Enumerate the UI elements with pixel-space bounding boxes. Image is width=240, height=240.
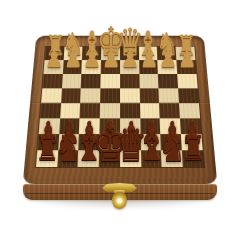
- piece-white-pawn[interactable]: ♟: [44, 47, 63, 73]
- piece-white-pawn[interactable]: ♟: [158, 47, 177, 73]
- pieces-layer: ♜♞♝♚♛♝♞♜♟♟♟♟♟♟♟♟♟♟♟♟♟♟♟♟♜♞♝♚♛♝♞♜: [0, 0, 240, 240]
- piece-white-pawn[interactable]: ♟: [101, 47, 120, 73]
- piece-white-pawn[interactable]: ♟: [82, 47, 101, 73]
- piece-white-pawn[interactable]: ♟: [177, 47, 196, 73]
- piece-white-pawn[interactable]: ♟: [139, 47, 158, 73]
- chess-set-photo: ♜♞♝♚♛♝♞♜♟♟♟♟♟♟♟♟♟♟♟♟♟♟♟♟♜♞♝♚♛♝♞♜: [0, 0, 240, 240]
- piece-white-pawn[interactable]: ♟: [120, 47, 139, 73]
- piece-white-pawn[interactable]: ♟: [63, 47, 82, 73]
- piece-black-rook[interactable]: ♜: [181, 131, 206, 166]
